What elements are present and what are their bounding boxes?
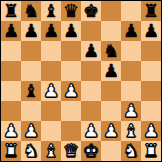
square-e3[interactable]: [81, 101, 101, 121]
square-h3[interactable]: [141, 101, 161, 121]
white-knight: ♞: [23, 141, 39, 161]
black-rook: ♜: [3, 1, 19, 21]
square-d1[interactable]: ♛: [61, 141, 81, 161]
square-d6[interactable]: [61, 41, 81, 61]
square-a3[interactable]: [1, 101, 21, 121]
square-c3[interactable]: [41, 101, 61, 121]
white-pawn: ♟: [63, 81, 79, 101]
white-bishop: ♝: [43, 141, 59, 161]
square-e6[interactable]: ♟: [81, 41, 101, 61]
white-rook: ♜: [143, 141, 159, 161]
square-g1[interactable]: ♞: [121, 141, 141, 161]
black-pawn: ♟: [63, 21, 79, 41]
square-c4[interactable]: ♟: [41, 81, 61, 101]
white-pawn: ♟: [3, 121, 19, 141]
square-f2[interactable]: ♟: [101, 121, 121, 141]
square-d3[interactable]: [61, 101, 81, 121]
square-d2[interactable]: [61, 121, 81, 141]
square-h8[interactable]: ♜: [141, 1, 161, 21]
square-f7[interactable]: [101, 21, 121, 41]
white-pawn: ♟: [23, 121, 39, 141]
white-pawn: ♟: [143, 121, 159, 141]
square-d5[interactable]: [61, 61, 81, 81]
square-e7[interactable]: [81, 21, 101, 41]
square-e8[interactable]: ♚: [81, 1, 101, 21]
square-g6[interactable]: [121, 41, 141, 61]
black-pawn: ♟: [3, 21, 19, 41]
square-b8[interactable]: ♞: [21, 1, 41, 21]
black-pawn: ♟: [123, 21, 139, 41]
black-pawn: ♟: [83, 41, 99, 61]
square-f8[interactable]: [101, 1, 121, 21]
square-h1[interactable]: ♜: [141, 141, 161, 161]
white-king: ♚: [83, 141, 99, 161]
square-b6[interactable]: [21, 41, 41, 61]
square-b4[interactable]: ♝: [21, 81, 41, 101]
square-c6[interactable]: [41, 41, 61, 61]
square-f4[interactable]: [101, 81, 121, 101]
square-g3[interactable]: ♟: [121, 101, 141, 121]
black-bishop: ♝: [23, 81, 39, 101]
white-pawn: ♟: [103, 121, 119, 141]
black-queen: ♛: [63, 1, 79, 21]
square-a7[interactable]: ♟: [1, 21, 21, 41]
white-queen: ♛: [63, 141, 79, 161]
square-a6[interactable]: [1, 41, 21, 61]
square-d7[interactable]: ♟: [61, 21, 81, 41]
square-b2[interactable]: ♟: [21, 121, 41, 141]
square-g2[interactable]: ♝: [121, 121, 141, 141]
square-c8[interactable]: ♝: [41, 1, 61, 21]
square-g7[interactable]: ♟: [121, 21, 141, 41]
square-g5[interactable]: [121, 61, 141, 81]
chess-board: ♜♞♝♛♚♜♟♟♟♟♟♟♟♞♟♝♟♟♟♟♟♟♟♝♟♜♞♝♛♚♞♜: [1, 1, 161, 161]
square-e5[interactable]: [81, 61, 101, 81]
black-knight: ♞: [103, 41, 119, 61]
square-b5[interactable]: [21, 61, 41, 81]
square-a5[interactable]: [1, 61, 21, 81]
black-pawn: ♟: [43, 21, 59, 41]
square-f1[interactable]: [101, 141, 121, 161]
square-e4[interactable]: [81, 81, 101, 101]
square-h6[interactable]: [141, 41, 161, 61]
square-c2[interactable]: [41, 121, 61, 141]
white-pawn: ♟: [43, 81, 59, 101]
black-pawn: ♟: [103, 61, 119, 81]
square-e2[interactable]: ♟: [81, 121, 101, 141]
white-bishop: ♝: [123, 121, 139, 141]
square-a2[interactable]: ♟: [1, 121, 21, 141]
square-h7[interactable]: ♟: [141, 21, 161, 41]
square-b3[interactable]: [21, 101, 41, 121]
square-h4[interactable]: [141, 81, 161, 101]
square-c1[interactable]: ♝: [41, 141, 61, 161]
white-pawn: ♟: [123, 101, 139, 121]
black-pawn: ♟: [23, 21, 39, 41]
square-h2[interactable]: ♟: [141, 121, 161, 141]
square-d8[interactable]: ♛: [61, 1, 81, 21]
square-a1[interactable]: ♜: [1, 141, 21, 161]
square-d4[interactable]: ♟: [61, 81, 81, 101]
square-h5[interactable]: [141, 61, 161, 81]
white-pawn: ♟: [83, 121, 99, 141]
square-a4[interactable]: [1, 81, 21, 101]
black-bishop: ♝: [43, 1, 59, 21]
black-rook: ♜: [143, 1, 159, 21]
black-pawn: ♟: [143, 21, 159, 41]
square-c7[interactable]: ♟: [41, 21, 61, 41]
square-f6[interactable]: ♞: [101, 41, 121, 61]
square-b1[interactable]: ♞: [21, 141, 41, 161]
square-f3[interactable]: [101, 101, 121, 121]
white-knight: ♞: [123, 141, 139, 161]
square-c5[interactable]: [41, 61, 61, 81]
square-g4[interactable]: [121, 81, 141, 101]
square-a8[interactable]: ♜: [1, 1, 21, 21]
square-b7[interactable]: ♟: [21, 21, 41, 41]
black-knight: ♞: [23, 1, 39, 21]
square-e1[interactable]: ♚: [81, 141, 101, 161]
square-f5[interactable]: ♟: [101, 61, 121, 81]
square-g8[interactable]: [121, 1, 141, 21]
white-rook: ♜: [3, 141, 19, 161]
black-king: ♚: [83, 1, 99, 21]
chess-board-frame: ♜♞♝♛♚♜♟♟♟♟♟♟♟♞♟♝♟♟♟♟♟♟♟♝♟♜♞♝♛♚♞♜: [0, 0, 162, 162]
